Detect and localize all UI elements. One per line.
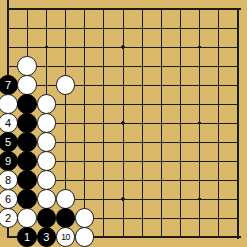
white-stone: 6 [0, 189, 18, 209]
black-stone [17, 94, 37, 114]
board-grid: 74598621310 [0, 0, 247, 247]
black-stone: 3 [37, 227, 57, 247]
board-point [0, 95, 18, 114]
board-point [18, 152, 37, 171]
board-point: 1 [18, 228, 37, 247]
go-board-diagram: 74598621310 [0, 0, 247, 247]
black-stone [17, 132, 37, 152]
white-stone [37, 151, 57, 171]
black-stone: 7 [0, 75, 18, 95]
move-number-label: 4 [5, 117, 11, 128]
move-number-label: 5 [5, 136, 11, 147]
board-point [37, 171, 56, 190]
board-point: 10 [56, 228, 75, 247]
board-point: 4 [0, 114, 18, 133]
move-number-label: 6 [5, 193, 11, 204]
white-stone: 2 [0, 208, 18, 228]
white-stone [75, 208, 95, 228]
board-point [18, 209, 37, 228]
board-point [37, 152, 56, 171]
white-stone [37, 94, 57, 114]
white-stone [37, 189, 57, 209]
board-point: 8 [0, 171, 18, 190]
black-stone: 1 [17, 227, 37, 247]
board-point [56, 76, 75, 95]
board-point [18, 133, 37, 152]
black-stone [17, 113, 37, 133]
board-point [75, 209, 94, 228]
black-stone: 9 [0, 151, 18, 171]
white-stone [37, 170, 57, 190]
move-number-label: 9 [5, 155, 11, 166]
white-stone [17, 208, 37, 228]
board-point [37, 95, 56, 114]
move-number-label: 3 [43, 231, 49, 242]
black-stone [37, 208, 57, 228]
black-stone: 5 [0, 132, 18, 152]
black-stone [17, 151, 37, 171]
move-number-label: 1 [24, 231, 30, 242]
move-number-label: 10 [61, 232, 69, 241]
black-stone [17, 170, 37, 190]
board-point: 6 [0, 190, 18, 209]
move-number-label: 8 [5, 174, 11, 185]
board-point [56, 209, 75, 228]
move-number-label: 2 [5, 212, 11, 223]
move-number-label: 7 [5, 79, 11, 90]
white-stone [17, 56, 37, 76]
white-stone [37, 113, 57, 133]
white-stone [56, 75, 76, 95]
board-point: 9 [0, 152, 18, 171]
board-point [37, 133, 56, 152]
board-point [18, 114, 37, 133]
white-stone [75, 227, 95, 247]
board-point [37, 114, 56, 133]
board-point: 2 [0, 209, 18, 228]
board-point [18, 171, 37, 190]
white-stone: 10 [56, 227, 76, 247]
white-stone: 4 [0, 113, 18, 133]
white-stone [0, 94, 18, 114]
board-point: 3 [37, 228, 56, 247]
black-stone [56, 208, 76, 228]
board-point [18, 57, 37, 76]
white-stone [56, 189, 76, 209]
white-stone: 8 [0, 170, 18, 190]
board-point: 7 [0, 76, 18, 95]
board-point [18, 190, 37, 209]
board-point [18, 95, 37, 114]
board-point: 5 [0, 133, 18, 152]
black-stone [17, 189, 37, 209]
board-point [56, 190, 75, 209]
board-point [18, 76, 37, 95]
board-point [37, 209, 56, 228]
white-stone [37, 132, 57, 152]
white-stone [17, 75, 37, 95]
board-point [37, 190, 56, 209]
board-point [75, 228, 94, 247]
